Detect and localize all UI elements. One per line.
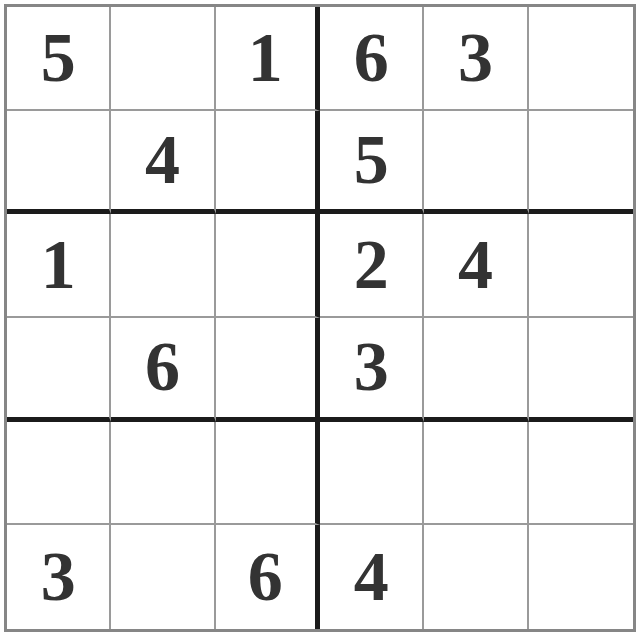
- cell-r1c6[interactable]: [529, 7, 633, 111]
- given-digit: 5: [41, 23, 76, 93]
- cell-r4c6[interactable]: [529, 318, 633, 422]
- cell-r5c5[interactable]: [424, 422, 528, 526]
- cell-r5c1[interactable]: [7, 422, 111, 526]
- cell-r3c4[interactable]: 2: [320, 214, 424, 318]
- cell-r1c1[interactable]: 5: [7, 7, 111, 111]
- cell-r6c3[interactable]: 6: [216, 525, 320, 629]
- given-digit: 3: [354, 332, 389, 402]
- given-digit: 6: [354, 23, 389, 93]
- cell-r2c1[interactable]: [7, 111, 111, 215]
- cell-r3c6[interactable]: [529, 214, 633, 318]
- given-digit: 6: [145, 332, 180, 402]
- sudoku-board: 51634512463364: [4, 4, 636, 632]
- cell-r2c6[interactable]: [529, 111, 633, 215]
- given-digit: 5: [354, 125, 389, 195]
- given-digit: 2: [354, 230, 389, 300]
- given-digit: 3: [458, 23, 493, 93]
- cell-r3c2[interactable]: [111, 214, 215, 318]
- given-digit: 4: [354, 542, 389, 612]
- cell-r1c5[interactable]: 3: [424, 7, 528, 111]
- cell-r6c2[interactable]: [111, 525, 215, 629]
- given-digit: 1: [41, 230, 76, 300]
- cell-r3c1[interactable]: 1: [7, 214, 111, 318]
- cell-r1c4[interactable]: 6: [320, 7, 424, 111]
- cell-r2c3[interactable]: [216, 111, 320, 215]
- cell-r4c2[interactable]: 6: [111, 318, 215, 422]
- cell-r5c3[interactable]: [216, 422, 320, 526]
- cell-r4c3[interactable]: [216, 318, 320, 422]
- cell-r2c4[interactable]: 5: [320, 111, 424, 215]
- given-digit: 1: [248, 23, 283, 93]
- cell-r6c1[interactable]: 3: [7, 525, 111, 629]
- cell-r5c2[interactable]: [111, 422, 215, 526]
- cell-r6c5[interactable]: [424, 525, 528, 629]
- cell-r6c4[interactable]: 4: [320, 525, 424, 629]
- cell-r4c4[interactable]: 3: [320, 318, 424, 422]
- cell-r4c1[interactable]: [7, 318, 111, 422]
- cell-r5c6[interactable]: [529, 422, 633, 526]
- given-digit: 3: [41, 542, 76, 612]
- given-digit: 4: [145, 125, 180, 195]
- cell-r1c3[interactable]: 1: [216, 7, 320, 111]
- cell-r2c2[interactable]: 4: [111, 111, 215, 215]
- cell-r6c6[interactable]: [529, 525, 633, 629]
- cell-r4c5[interactable]: [424, 318, 528, 422]
- given-digit: 6: [248, 542, 283, 612]
- cell-r5c4[interactable]: [320, 422, 424, 526]
- cell-r3c3[interactable]: [216, 214, 320, 318]
- cell-r3c5[interactable]: 4: [424, 214, 528, 318]
- cell-r2c5[interactable]: [424, 111, 528, 215]
- cell-r1c2[interactable]: [111, 7, 215, 111]
- given-digit: 4: [458, 230, 493, 300]
